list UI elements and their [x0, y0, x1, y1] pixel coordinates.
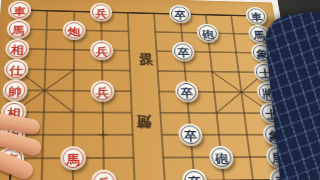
- xiangqi-board: 汉界 楚河 車馬相仕帥相炮車炮馬兵兵兵兵卒卒卒卒卒砲砲車馬象士將士象馬車: [0, 0, 306, 180]
- piece-glyph: 兵: [95, 7, 107, 17]
- piece-glyph: 馬: [253, 29, 266, 39]
- board-3d-wrap: 汉界 楚河 車馬相仕帥相炮車炮馬兵兵兵兵卒卒卒卒卒砲砲車馬象士將士象馬車: [0, 0, 306, 180]
- piece-red-soldier[interactable]: 兵: [91, 80, 115, 101]
- piece-glyph: 卒: [177, 47, 190, 58]
- piece-glyph: 兵: [96, 45, 109, 56]
- piece-red-soldier[interactable]: 兵: [90, 3, 112, 22]
- piece-glyph: 相: [11, 44, 24, 55]
- piece-glyph: 砲: [214, 152, 228, 165]
- piece-glyph: 砲: [201, 28, 214, 38]
- piece-red-horse[interactable]: 馬: [60, 146, 86, 170]
- river-text-hanjie: 汉界: [131, 22, 154, 64]
- photo-xiangqi-scene: 汉界 楚河 車馬相仕帥相炮車炮馬兵兵兵兵卒卒卒卒卒砲砲車馬象士將士象馬車: [0, 0, 320, 180]
- piece-glyph: 車: [250, 11, 263, 21]
- piece-glyph: 卒: [174, 9, 186, 19]
- piece-glyph: 卒: [184, 129, 198, 141]
- piece-glyph: 帥: [8, 85, 22, 97]
- piece-glyph: 仕: [9, 64, 23, 75]
- piece-glyph: 卒: [180, 87, 193, 98]
- piece-red-cannon[interactable]: 炮: [63, 21, 86, 41]
- river-text-chuhe: 楚河: [135, 116, 160, 165]
- piece-glyph: 卒: [187, 175, 201, 180]
- piece-red-soldier[interactable]: 兵: [90, 40, 113, 60]
- piece-glyph: 炮: [68, 25, 80, 36]
- piece-glyph: 馬: [66, 152, 80, 165]
- piece-glyph: 馬: [12, 24, 25, 35]
- piece-glyph: 兵: [97, 176, 111, 180]
- piece-glyph: 車: [13, 5, 26, 15]
- piece-glyph: 兵: [96, 86, 109, 98]
